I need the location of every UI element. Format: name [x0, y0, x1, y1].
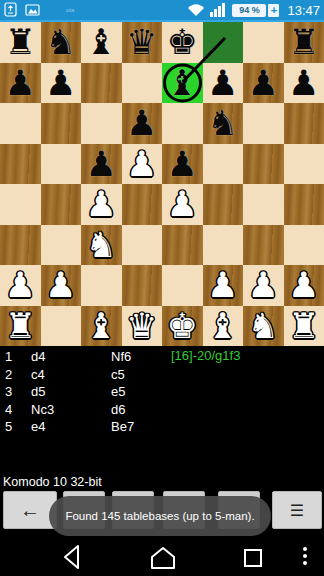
mv-b: d6: [111, 401, 125, 419]
piece-black-pawn: ♟: [126, 103, 157, 144]
piece-white-pawn: ♟: [248, 265, 279, 306]
square-f2[interactable]: ♟: [203, 265, 244, 306]
square-b5[interactable]: [41, 144, 82, 185]
square-h6[interactable]: [284, 103, 324, 144]
battery-charging-icon: +: [268, 4, 279, 17]
square-b1[interactable]: [41, 306, 82, 347]
piece-white-pawn: ♟: [45, 265, 76, 306]
piece-white-king: ♚: [167, 306, 198, 347]
square-g5[interactable]: [243, 144, 284, 185]
update-icon: [4, 2, 17, 17]
square-g8[interactable]: [243, 22, 284, 63]
nav-home-icon[interactable]: [150, 546, 176, 570]
square-b4[interactable]: [41, 184, 82, 225]
square-e4[interactable]: ♟: [162, 184, 203, 225]
wifi-icon: [187, 3, 205, 17]
mv-b: Be7: [111, 418, 134, 436]
square-b7[interactable]: ♟: [41, 63, 82, 104]
square-a8[interactable]: ♜: [0, 22, 41, 63]
square-a1[interactable]: ♜: [0, 306, 41, 347]
mv-b: e5: [111, 383, 125, 401]
square-b8[interactable]: ♞: [41, 22, 82, 63]
square-c2[interactable]: [81, 265, 122, 306]
square-h5[interactable]: [284, 144, 324, 185]
clock: 13:47: [287, 3, 320, 18]
piece-white-bishop: ♝: [86, 306, 117, 347]
mv-w: c4: [31, 366, 111, 384]
mv-num: 1: [0, 348, 31, 366]
engine-name: Komodo 10 32-bit: [3, 475, 102, 489]
square-b6[interactable]: [41, 103, 82, 144]
nav-recents-icon[interactable]: [244, 549, 262, 567]
square-g1[interactable]: ♞: [243, 306, 284, 347]
mv-w: d4: [31, 348, 111, 366]
piece-black-bishop: ♝: [167, 63, 198, 104]
status-notif-text: ota: [66, 7, 74, 13]
piece-white-pawn: ♟: [126, 144, 157, 185]
mv-w: e4: [31, 418, 111, 436]
piece-white-pawn: ♟: [167, 184, 198, 225]
square-e5[interactable]: ♟: [162, 144, 203, 185]
square-h2[interactable]: ♟: [284, 265, 324, 306]
square-d1[interactable]: ♛: [122, 306, 163, 347]
square-g4[interactable]: [243, 184, 284, 225]
piece-white-knight: ♞: [86, 225, 117, 266]
menu-button[interactable]: ☰: [272, 491, 322, 529]
square-a5[interactable]: [0, 144, 41, 185]
square-d3[interactable]: [122, 225, 163, 266]
square-e8[interactable]: ♚: [162, 22, 203, 63]
piece-black-pawn: ♟: [248, 63, 279, 104]
move-row: 4Nc3d6: [0, 401, 324, 419]
square-c4[interactable]: ♟: [81, 184, 122, 225]
piece-white-knight: ♞: [248, 306, 279, 347]
square-g6[interactable]: [243, 103, 284, 144]
android-nav-bar: [0, 538, 324, 576]
piece-white-pawn: ♟: [86, 184, 117, 225]
engine-analysis: [16]-20/g1f3: [171, 347, 240, 364]
piece-white-pawn: ♟: [207, 265, 238, 306]
piece-white-bishop: ♝: [207, 306, 238, 347]
piece-white-pawn: ♟: [5, 265, 36, 306]
square-c1[interactable]: ♝: [81, 306, 122, 347]
square-c3[interactable]: ♞: [81, 225, 122, 266]
square-c5[interactable]: ♟: [81, 144, 122, 185]
move-row: 3d5e5: [0, 383, 324, 401]
square-f1[interactable]: ♝: [203, 306, 244, 347]
square-g7[interactable]: ♟: [243, 63, 284, 104]
square-a7[interactable]: ♟: [0, 63, 41, 104]
piece-black-pawn: ♟: [45, 63, 76, 104]
piece-black-queen: ♛: [126, 22, 157, 63]
square-c8[interactable]: ♝: [81, 22, 122, 63]
square-f3[interactable]: [203, 225, 244, 266]
piece-black-knight: ♞: [207, 103, 238, 144]
square-f8[interactable]: [203, 22, 244, 63]
toast-message: Found 145 tablebases (up to 5-man).: [49, 496, 271, 536]
square-a4[interactable]: [0, 184, 41, 225]
square-c6[interactable]: [81, 103, 122, 144]
square-e6[interactable]: [162, 103, 203, 144]
mv-num: 5: [0, 418, 31, 436]
piece-black-rook: ♜: [5, 22, 36, 63]
piece-black-knight: ♞: [45, 22, 76, 63]
piece-black-king: ♚: [167, 22, 198, 63]
square-f7[interactable]: ♟: [203, 63, 244, 104]
square-b2[interactable]: ♟: [41, 265, 82, 306]
piece-black-pawn: ♟: [207, 63, 238, 104]
square-e1[interactable]: ♚: [162, 306, 203, 347]
piece-white-rook: ♜: [5, 306, 36, 347]
mv-w: d5: [31, 383, 111, 401]
battery-indicator: 94 % +: [232, 4, 279, 17]
square-d4[interactable]: [122, 184, 163, 225]
piece-black-pawn: ♟: [86, 144, 117, 185]
mv-num: 4: [0, 401, 31, 419]
move-row: 2c4c5: [0, 366, 324, 384]
square-a2[interactable]: ♟: [0, 265, 41, 306]
square-d2[interactable]: [122, 265, 163, 306]
square-b3[interactable]: [41, 225, 82, 266]
nav-back-icon[interactable]: [62, 544, 84, 570]
piece-white-rook: ♜: [288, 306, 319, 347]
square-h8[interactable]: ♜: [284, 22, 324, 63]
mv-b: Nf6: [111, 348, 131, 366]
square-h7[interactable]: ♟: [284, 63, 324, 104]
square-g3[interactable]: [243, 225, 284, 266]
square-h1[interactable]: ♜: [284, 306, 324, 347]
signal-icon: [210, 3, 227, 17]
square-d5[interactable]: ♟: [122, 144, 163, 185]
square-h3[interactable]: [284, 225, 324, 266]
square-g2[interactable]: ♟: [243, 265, 284, 306]
square-c7[interactable]: [81, 63, 122, 104]
mv-b: c5: [111, 366, 125, 384]
square-e3[interactable]: [162, 225, 203, 266]
square-f5[interactable]: [203, 144, 244, 185]
square-d8[interactable]: ♛: [122, 22, 163, 63]
mv-num: 3: [0, 383, 31, 401]
square-e2[interactable]: [162, 265, 203, 306]
square-a3[interactable]: [0, 225, 41, 266]
square-h4[interactable]: [284, 184, 324, 225]
square-a6[interactable]: [0, 103, 41, 144]
piece-black-pawn: ♟: [288, 63, 319, 104]
square-d7[interactable]: [122, 63, 163, 104]
square-f6[interactable]: ♞: [203, 103, 244, 144]
square-d6[interactable]: ♟: [122, 103, 163, 144]
move-list: 1d4Nf62c4c53d5e54Nc3d65e4Be7: [0, 348, 324, 436]
piece-black-pawn: ♟: [5, 63, 36, 104]
piece-black-pawn: ♟: [167, 144, 198, 185]
piece-white-pawn: ♟: [288, 265, 319, 306]
piece-white-queen: ♛: [126, 306, 157, 347]
screenshot-icon: [25, 4, 40, 16]
move-row: 5e4Be7: [0, 418, 324, 436]
battery-percent: 94 %: [232, 4, 266, 17]
chess-app-screen: ota 94 % + 13:47 ♜ ♞♝♛♚♜♟♟♝♟♟♟♟♞♟♟♟♟♟♞♟♟…: [0, 0, 324, 576]
square-e7[interactable]: ♝: [162, 63, 203, 104]
piece-black-rook: ♜: [288, 22, 319, 63]
mv-w: Nc3: [31, 401, 111, 419]
status-bar: ota 94 % + 13:47: [0, 0, 324, 22]
nav-menu-dots-icon[interactable]: [303, 547, 307, 565]
chess-board[interactable]: ♜ ♞♝♛♚♜♟♟♝♟♟♟♟♞♟♟♟♟♟♞♟♟♟♟♟♜♝♛♚♝♞♜: [0, 22, 324, 346]
piece-black-bishop: ♝: [86, 22, 117, 63]
mv-num: 2: [0, 366, 31, 384]
move-row: 1d4Nf6: [0, 348, 324, 366]
square-f4[interactable]: [203, 184, 244, 225]
